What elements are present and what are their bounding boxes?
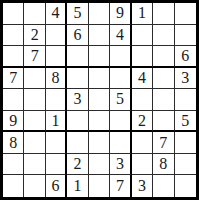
sudoku-cell-r8c8: 8: [153, 154, 174, 176]
sudoku-cell-r7c7[interactable]: [132, 132, 153, 154]
sudoku-cell-r4c4[interactable]: [67, 68, 88, 90]
sudoku-cell-r9c6: 7: [110, 175, 131, 197]
sudoku-cell-r2c8[interactable]: [153, 25, 174, 47]
sudoku-cell-r3c7[interactable]: [132, 46, 153, 68]
sudoku-cell-r3c4[interactable]: [67, 46, 88, 68]
sudoku-board: 4591264767843359125872386173: [0, 0, 199, 200]
sudoku-cell-r3c1[interactable]: [3, 46, 24, 68]
sudoku-cell-r1c7: 1: [132, 3, 153, 25]
sudoku-puzzle: 4591264767843359125872386173: [0, 0, 199, 200]
sudoku-cell-r5c5[interactable]: [89, 89, 110, 111]
sudoku-cell-r8c7[interactable]: [132, 154, 153, 176]
sudoku-cell-r5c1[interactable]: [3, 89, 24, 111]
sudoku-cell-r5c8[interactable]: [153, 89, 174, 111]
sudoku-cell-r7c2[interactable]: [24, 132, 45, 154]
sudoku-cell-r2c3[interactable]: [46, 25, 67, 47]
sudoku-cell-r4c8[interactable]: [153, 68, 174, 90]
sudoku-cell-r4c9: 3: [175, 68, 196, 90]
sudoku-cell-r5c2[interactable]: [24, 89, 45, 111]
sudoku-cell-r1c8[interactable]: [153, 3, 174, 25]
sudoku-cell-r4c1: 7: [3, 68, 24, 90]
sudoku-cell-r4c2[interactable]: [24, 68, 45, 90]
sudoku-cell-r6c5[interactable]: [89, 111, 110, 133]
sudoku-cell-r2c6: 4: [110, 25, 131, 47]
sudoku-cell-r7c4[interactable]: [67, 132, 88, 154]
sudoku-cell-r8c9[interactable]: [175, 154, 196, 176]
sudoku-cell-r6c8[interactable]: [153, 111, 174, 133]
sudoku-cell-r4c6[interactable]: [110, 68, 131, 90]
sudoku-cell-r9c2[interactable]: [24, 175, 45, 197]
sudoku-cell-r6c1: 9: [3, 111, 24, 133]
sudoku-cell-r1c1[interactable]: [3, 3, 24, 25]
sudoku-cell-r3c3[interactable]: [46, 46, 67, 68]
sudoku-cell-r8c2[interactable]: [24, 154, 45, 176]
sudoku-cell-r1c5[interactable]: [89, 3, 110, 25]
sudoku-cell-r1c9[interactable]: [175, 3, 196, 25]
sudoku-cell-r8c3[interactable]: [46, 154, 67, 176]
sudoku-cell-r9c5[interactable]: [89, 175, 110, 197]
sudoku-cell-r3c8[interactable]: [153, 46, 174, 68]
sudoku-cell-r6c3: 1: [46, 111, 67, 133]
sudoku-cell-r3c6[interactable]: [110, 46, 131, 68]
sudoku-cell-r2c5[interactable]: [89, 25, 110, 47]
sudoku-cell-r9c4: 1: [67, 175, 88, 197]
sudoku-cell-r3c2: 7: [24, 46, 45, 68]
sudoku-cell-r8c5[interactable]: [89, 154, 110, 176]
sudoku-cell-r3c9: 6: [175, 46, 196, 68]
sudoku-cell-r2c9[interactable]: [175, 25, 196, 47]
sudoku-cell-r4c3: 8: [46, 68, 67, 90]
sudoku-cell-r8c4: 2: [67, 154, 88, 176]
sudoku-cell-r7c9[interactable]: [175, 132, 196, 154]
sudoku-cell-r8c1[interactable]: [3, 154, 24, 176]
sudoku-cell-r2c2: 2: [24, 25, 45, 47]
sudoku-cell-r9c8[interactable]: [153, 175, 174, 197]
sudoku-cell-r2c1[interactable]: [3, 25, 24, 47]
sudoku-cell-r7c1: 8: [3, 132, 24, 154]
sudoku-cell-r5c6: 5: [110, 89, 131, 111]
sudoku-cell-r6c9: 5: [175, 111, 196, 133]
sudoku-cell-r7c6[interactable]: [110, 132, 131, 154]
sudoku-cell-r5c4: 3: [67, 89, 88, 111]
sudoku-cell-r7c8: 7: [153, 132, 174, 154]
sudoku-cell-r9c9[interactable]: [175, 175, 196, 197]
sudoku-cell-r9c7: 3: [132, 175, 153, 197]
sudoku-cell-r6c4[interactable]: [67, 111, 88, 133]
sudoku-cell-r8c6: 3: [110, 154, 131, 176]
sudoku-cell-r4c7: 4: [132, 68, 153, 90]
sudoku-cell-r4c5[interactable]: [89, 68, 110, 90]
sudoku-cell-r1c4: 5: [67, 3, 88, 25]
sudoku-cell-r6c2[interactable]: [24, 111, 45, 133]
sudoku-cell-r1c6: 9: [110, 3, 131, 25]
sudoku-cell-r7c3[interactable]: [46, 132, 67, 154]
sudoku-cell-r9c1[interactable]: [3, 175, 24, 197]
sudoku-cell-r9c3: 6: [46, 175, 67, 197]
sudoku-cell-r1c3: 4: [46, 3, 67, 25]
sudoku-cell-r5c9[interactable]: [175, 89, 196, 111]
sudoku-cell-r2c4: 6: [67, 25, 88, 47]
sudoku-cell-r1c2[interactable]: [24, 3, 45, 25]
sudoku-cell-r5c7[interactable]: [132, 89, 153, 111]
sudoku-cell-r3c5[interactable]: [89, 46, 110, 68]
sudoku-cell-r6c6[interactable]: [110, 111, 131, 133]
sudoku-cell-r5c3[interactable]: [46, 89, 67, 111]
sudoku-cell-r6c7: 2: [132, 111, 153, 133]
sudoku-cell-r2c7[interactable]: [132, 25, 153, 47]
sudoku-cell-r7c5[interactable]: [89, 132, 110, 154]
